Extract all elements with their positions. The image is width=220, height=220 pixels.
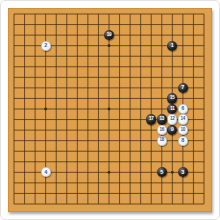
move-number: 7 bbox=[181, 85, 184, 91]
stone-white-16: 16 bbox=[157, 125, 167, 135]
move-number: 13 bbox=[160, 117, 165, 122]
move-number: 3 bbox=[181, 170, 184, 176]
move-number: 18 bbox=[160, 139, 165, 144]
star-point bbox=[44, 108, 47, 111]
move-number: 9 bbox=[171, 128, 174, 134]
move-number: 14 bbox=[181, 117, 186, 122]
move-number: 5 bbox=[160, 170, 163, 176]
stone-black-17: 17 bbox=[146, 114, 156, 124]
move-number: 10 bbox=[181, 128, 186, 133]
move-number: 1 bbox=[171, 43, 174, 49]
move-number: 12 bbox=[170, 117, 175, 122]
move-number: 11 bbox=[170, 107, 174, 112]
stone-black-7: 7 bbox=[178, 83, 188, 93]
stone-white-18: 18 bbox=[157, 136, 167, 146]
go-board[interactable]: 12345678910111213141516171819 bbox=[8, 8, 212, 212]
diagram-frame: 12345678910111213141516171819 bbox=[0, 0, 220, 220]
star-point bbox=[108, 44, 111, 47]
move-number: 6 bbox=[181, 106, 184, 112]
move-number: 17 bbox=[149, 117, 154, 122]
star-point bbox=[108, 108, 111, 111]
star-point bbox=[171, 171, 174, 174]
stone-white-6: 6 bbox=[178, 104, 188, 114]
move-number: 4 bbox=[44, 170, 47, 176]
stone-white-2: 2 bbox=[41, 41, 51, 51]
move-number: 19 bbox=[107, 33, 112, 38]
stone-white-12: 12 bbox=[167, 114, 177, 124]
move-number: 8 bbox=[181, 138, 184, 144]
star-point bbox=[108, 171, 111, 174]
move-number: 15 bbox=[170, 96, 175, 101]
stone-black-13: 13 bbox=[157, 114, 167, 124]
stone-black-15: 15 bbox=[167, 93, 177, 103]
move-number: 2 bbox=[44, 43, 47, 49]
move-number: 16 bbox=[160, 128, 165, 133]
stone-white-14: 14 bbox=[178, 114, 188, 124]
stone-white-8: 8 bbox=[178, 136, 188, 146]
